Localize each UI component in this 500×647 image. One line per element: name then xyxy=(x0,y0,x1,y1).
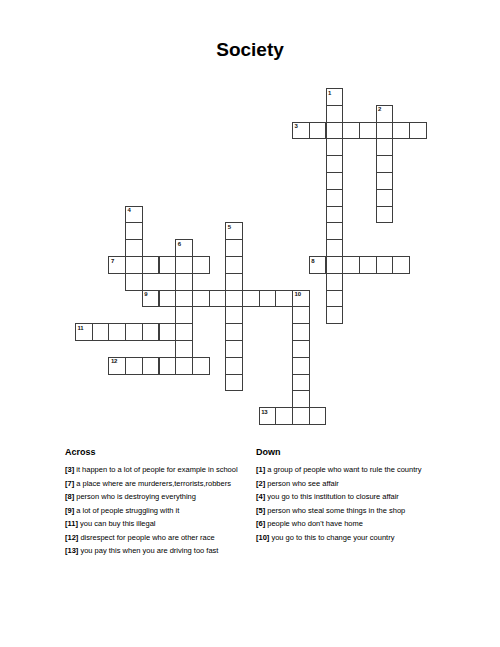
clue-across-8: [8] person who is destroying everything xyxy=(65,492,249,502)
grid-cell[interactable] xyxy=(359,122,377,140)
grid-cell[interactable] xyxy=(125,256,143,274)
grid-cell[interactable] xyxy=(326,222,344,240)
grid-cell[interactable] xyxy=(92,323,110,341)
clue-label: [13] xyxy=(65,546,78,555)
grid-cell[interactable] xyxy=(175,273,193,291)
grid-cell[interactable] xyxy=(409,122,427,140)
across-clues-section: Across [3] it happen to a lot of people … xyxy=(65,447,249,560)
clue-text: you can buy this illegal xyxy=(80,519,155,528)
grid-cell[interactable]: 8 xyxy=(309,256,327,274)
grid-cell[interactable]: 4 xyxy=(125,206,143,224)
clue-number: 11 xyxy=(78,325,84,332)
grid-cell[interactable] xyxy=(326,273,344,291)
clue-number: 6 xyxy=(178,241,181,248)
grid-cell[interactable] xyxy=(326,122,344,140)
clue-text: person who steal some things in the shop xyxy=(267,506,405,515)
grid-cell[interactable] xyxy=(125,323,143,341)
grid-cell[interactable] xyxy=(292,340,310,358)
grid-cell[interactable] xyxy=(225,357,243,375)
grid-cell[interactable] xyxy=(225,323,243,341)
grid-cell[interactable]: 1 xyxy=(326,88,344,106)
grid-cell[interactable]: 12 xyxy=(108,357,126,375)
clue-text: you go to this institution to closure af… xyxy=(267,492,399,501)
grid-cell[interactable] xyxy=(175,340,193,358)
grid-cell[interactable] xyxy=(326,105,344,123)
grid-cell[interactable] xyxy=(259,290,277,308)
grid-cell[interactable] xyxy=(225,256,243,274)
grid-cell[interactable] xyxy=(292,407,310,425)
grid-cell[interactable] xyxy=(376,189,394,207)
grid-cell[interactable] xyxy=(192,357,210,375)
grid-cell[interactable] xyxy=(326,155,344,173)
clue-text: a lot of people struggling with it xyxy=(76,506,179,515)
clue-label: [4] xyxy=(256,492,265,501)
clue-text: person who is destroying everything xyxy=(76,492,196,501)
grid-cell[interactable] xyxy=(225,239,243,257)
grid-cell[interactable] xyxy=(225,374,243,392)
clue-label: [8] xyxy=(65,492,74,501)
down-clues-list: [1] a group of people who want to rule t… xyxy=(256,465,447,542)
grid-cell[interactable] xyxy=(292,390,310,408)
down-header: Down xyxy=(256,447,447,458)
clue-label: [2] xyxy=(256,479,265,488)
clue-down-1: [1] a group of people who want to rule t… xyxy=(256,465,447,475)
clue-label: [11] xyxy=(65,519,78,528)
grid-cell[interactable] xyxy=(326,189,344,207)
grid-cell[interactable]: 6 xyxy=(175,239,193,257)
clue-down-5: [5] person who steal some things in the … xyxy=(256,506,447,516)
grid-cell[interactable] xyxy=(242,290,260,308)
down-clues-section: Down [1] a group of people who want to r… xyxy=(256,447,447,546)
clue-number: 8 xyxy=(311,258,314,265)
clue-label: [1] xyxy=(256,465,265,474)
grid-cell[interactable]: 7 xyxy=(108,256,126,274)
clue-label: [12] xyxy=(65,533,78,542)
grid-cell[interactable] xyxy=(326,172,344,190)
grid-cell[interactable] xyxy=(326,290,344,308)
grid-cell[interactable] xyxy=(326,239,344,257)
grid-cell[interactable] xyxy=(125,239,143,257)
grid-cell[interactable] xyxy=(175,290,193,308)
clue-number: 2 xyxy=(378,106,381,113)
grid-cell[interactable] xyxy=(225,273,243,291)
clue-label: [7] xyxy=(65,479,74,488)
grid-cell[interactable] xyxy=(209,290,227,308)
grid-cell[interactable]: 3 xyxy=(292,122,310,140)
grid-cell[interactable]: 9 xyxy=(142,290,160,308)
clue-number: 7 xyxy=(111,258,114,265)
clue-label: [10] xyxy=(256,533,269,542)
grid-cell[interactable] xyxy=(125,273,143,291)
clue-text: you go to this to change your country xyxy=(271,533,394,542)
grid-cell[interactable] xyxy=(159,256,177,274)
grid-cell[interactable] xyxy=(376,256,394,274)
clue-number: 13 xyxy=(261,409,267,416)
clue-across-9: [9] a lot of people struggling with it xyxy=(65,506,249,516)
grid-cell[interactable] xyxy=(275,290,293,308)
grid-cell[interactable] xyxy=(159,323,177,341)
crossword-page: { "title": "Society", "game": "crossword… xyxy=(0,0,500,647)
grid-cell[interactable] xyxy=(359,256,377,274)
clue-text: a place where are murderers,terrorists,r… xyxy=(76,479,231,488)
grid-cell[interactable]: 2 xyxy=(376,105,394,123)
clue-number: 3 xyxy=(295,123,298,130)
grid-cell[interactable] xyxy=(108,323,126,341)
grid-cell[interactable] xyxy=(376,138,394,156)
clue-label: [9] xyxy=(65,506,74,515)
grid-cell[interactable] xyxy=(192,290,210,308)
clue-down-10: [10] you go to this to change your count… xyxy=(256,533,447,543)
grid-cell[interactable]: 11 xyxy=(75,323,93,341)
grid-cell[interactable] xyxy=(376,122,394,140)
clue-across-13: [13] you pay this when you are driving t… xyxy=(65,546,249,556)
grid-cell[interactable] xyxy=(159,357,177,375)
grid-cell[interactable] xyxy=(125,357,143,375)
crossword-grid: 12345678910111213 xyxy=(0,0,500,440)
grid-cell[interactable] xyxy=(142,323,160,341)
grid-cell[interactable]: 5 xyxy=(225,222,243,240)
across-header: Across xyxy=(65,447,249,458)
grid-cell[interactable] xyxy=(175,323,193,341)
clue-text: person who see affair xyxy=(267,479,339,488)
grid-cell[interactable] xyxy=(326,306,344,324)
across-clues-list: [3] it happen to a lot of people for exa… xyxy=(65,465,249,556)
clue-text: it happen to a lot of people for example… xyxy=(76,465,237,474)
clue-text: you pay this when you are driving too fa… xyxy=(80,546,218,555)
grid-cell[interactable] xyxy=(392,256,410,274)
grid-cell[interactable] xyxy=(175,256,193,274)
grid-cell[interactable] xyxy=(225,306,243,324)
grid-cell[interactable]: 10 xyxy=(292,290,310,308)
clue-across-3: [3] it happen to a lot of people for exa… xyxy=(65,465,249,475)
grid-cell[interactable] xyxy=(159,290,177,308)
clue-number: 10 xyxy=(295,291,301,298)
grid-cell[interactable] xyxy=(125,222,143,240)
grid-cell[interactable] xyxy=(309,407,327,425)
grid-cell[interactable] xyxy=(292,306,310,324)
grid-cell[interactable] xyxy=(376,155,394,173)
grid-cell[interactable] xyxy=(392,122,410,140)
grid-cell[interactable] xyxy=(309,122,327,140)
grid-cell[interactable] xyxy=(376,206,394,224)
grid-cell[interactable]: 13 xyxy=(259,407,277,425)
grid-cell[interactable] xyxy=(376,172,394,190)
clue-label: [5] xyxy=(256,506,265,515)
grid-cell[interactable] xyxy=(192,256,210,274)
grid-cell[interactable] xyxy=(292,357,310,375)
grid-cell[interactable] xyxy=(342,122,360,140)
grid-cell[interactable] xyxy=(292,374,310,392)
grid-cell[interactable] xyxy=(142,357,160,375)
clue-across-7: [7] a place where are murderers,terroris… xyxy=(65,479,249,489)
clue-across-12: [12] disrespect for people who are other… xyxy=(65,533,249,543)
clue-text: a group of people who want to rule the c… xyxy=(267,465,421,474)
clue-number: 1 xyxy=(328,90,331,97)
clue-across-11: [11] you can buy this illegal xyxy=(65,519,249,529)
grid-cell[interactable] xyxy=(175,357,193,375)
grid-cell[interactable] xyxy=(225,290,243,308)
clue-text: people who don't have home xyxy=(267,519,363,528)
clue-text: disrespect for people who are other race xyxy=(80,533,214,542)
grid-cell[interactable] xyxy=(175,306,193,324)
grid-cell[interactable] xyxy=(142,256,160,274)
clue-number: 4 xyxy=(128,207,131,214)
clue-label: [3] xyxy=(65,465,74,474)
grid-cell[interactable] xyxy=(326,206,344,224)
clue-number: 5 xyxy=(228,224,231,231)
grid-cell[interactable] xyxy=(275,407,293,425)
clue-number: 9 xyxy=(144,291,147,298)
grid-cell[interactable] xyxy=(342,256,360,274)
grid-cell[interactable] xyxy=(292,323,310,341)
clue-down-6: [6] people who don't have home xyxy=(256,519,447,529)
clue-label: [6] xyxy=(256,519,265,528)
clue-down-4: [4] you go to this institution to closur… xyxy=(256,492,447,502)
grid-cell[interactable] xyxy=(225,340,243,358)
clue-down-2: [2] person who see affair xyxy=(256,479,447,489)
grid-cell[interactable] xyxy=(326,256,344,274)
grid-cell[interactable] xyxy=(326,138,344,156)
clue-number: 12 xyxy=(111,358,117,365)
